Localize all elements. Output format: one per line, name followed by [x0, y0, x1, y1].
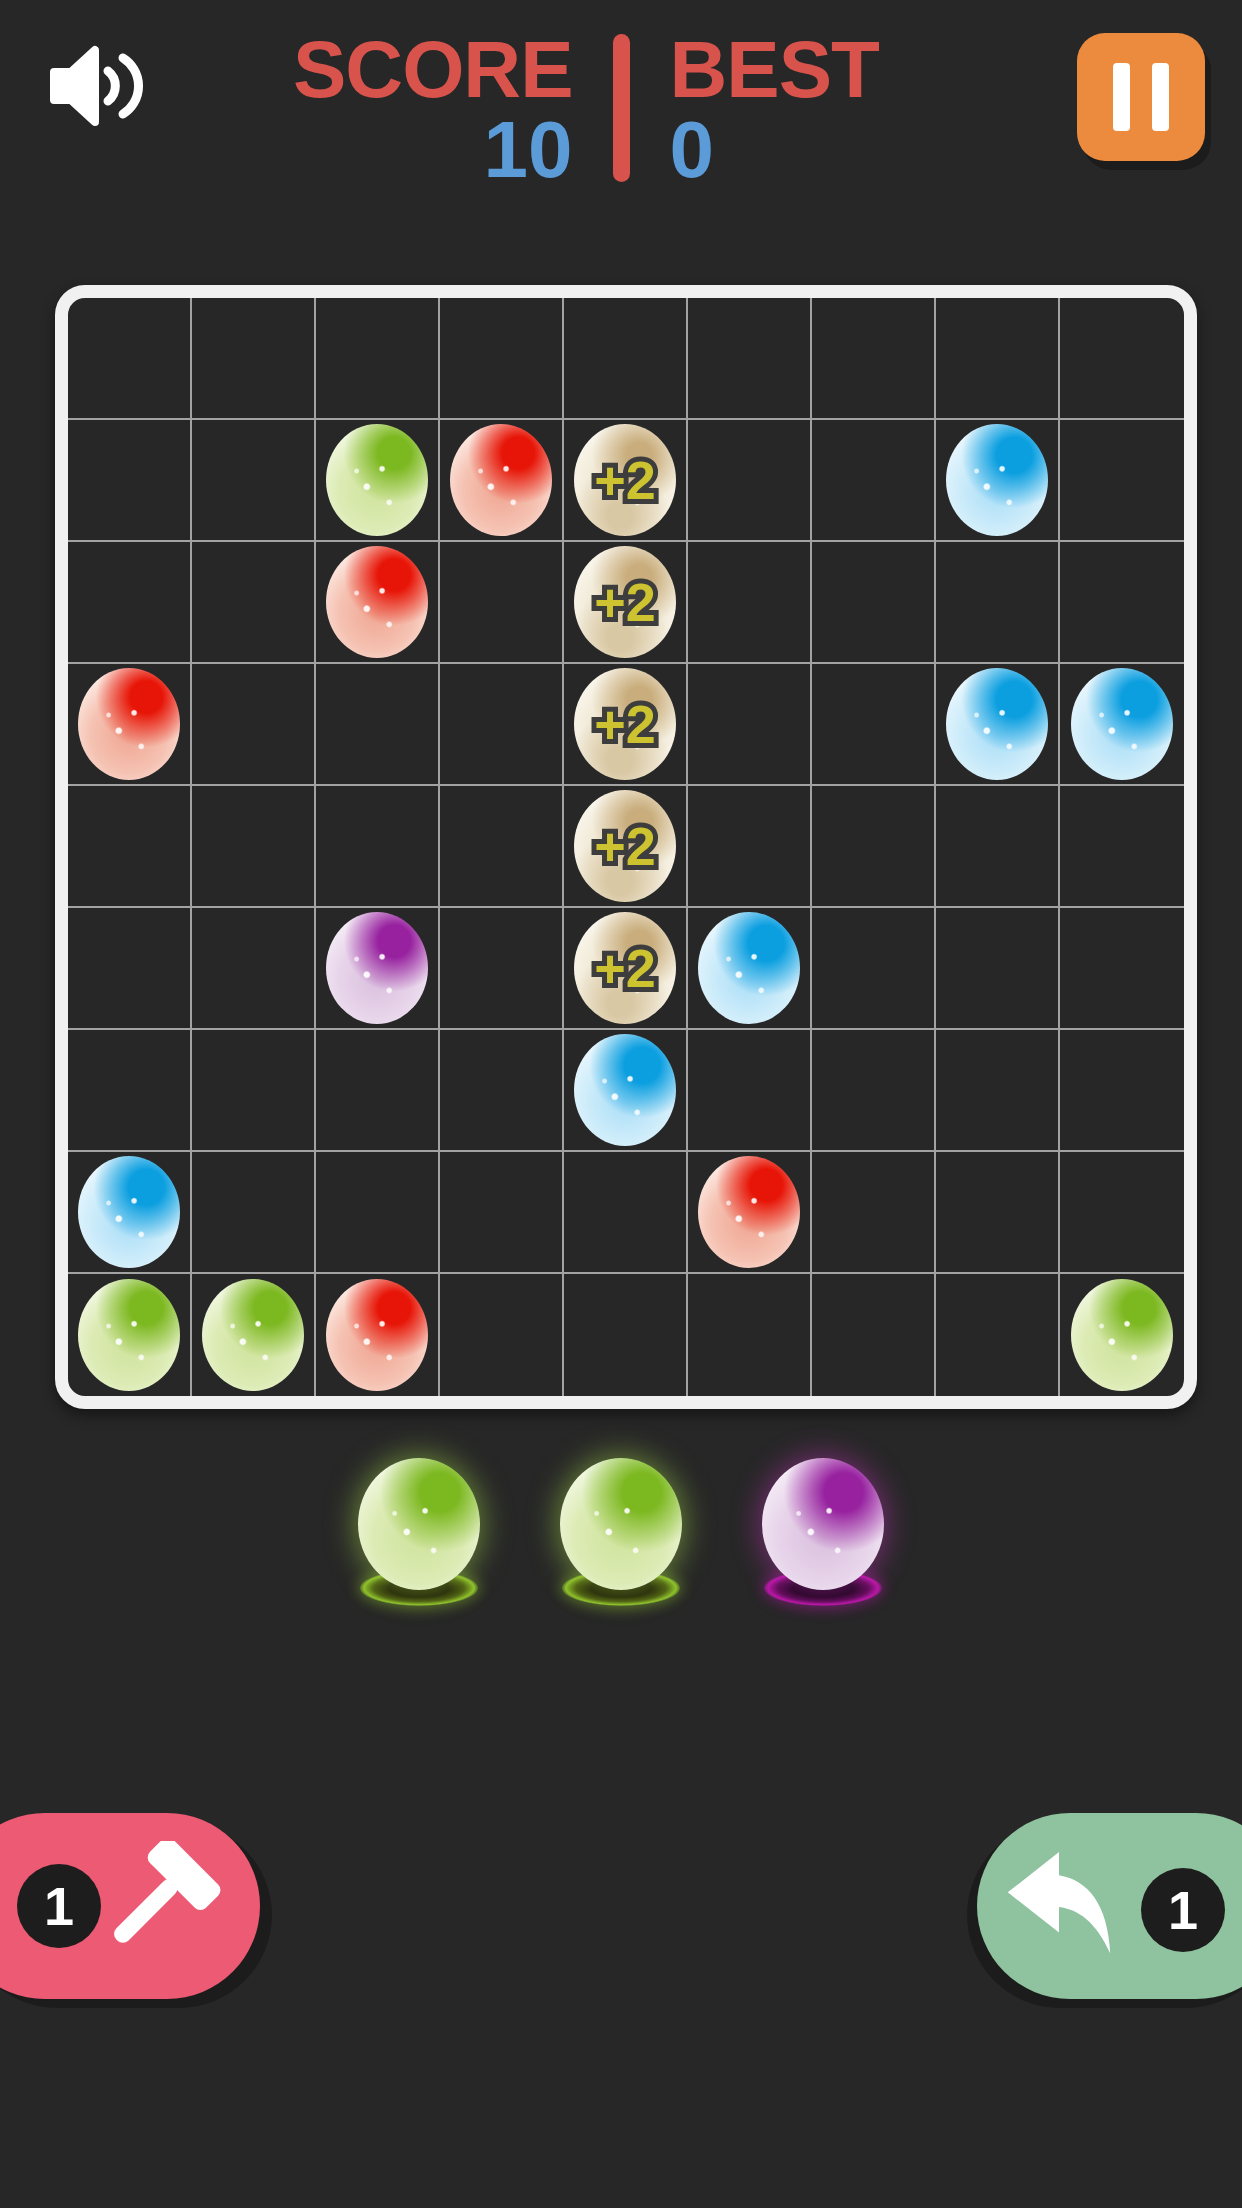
board-cell[interactable] — [936, 542, 1060, 664]
ball-red[interactable] — [326, 1279, 428, 1391]
hammer-count-badge: 1 — [17, 1864, 101, 1948]
bonus-label: +2 — [594, 575, 656, 629]
board-cell[interactable] — [316, 786, 440, 908]
board-cell[interactable] — [440, 420, 564, 542]
board-cell[interactable] — [936, 1030, 1060, 1152]
score-label: SCORE — [293, 28, 573, 112]
ball-sparkle-decoration — [560, 1458, 682, 1590]
board-cell[interactable] — [936, 1274, 1060, 1396]
ball-sparkle-decoration — [698, 912, 800, 1024]
board-cell[interactable]: +2 — [564, 542, 688, 664]
board-cell[interactable]: +2 — [564, 786, 688, 908]
board-cell[interactable] — [440, 1152, 564, 1274]
hammer-button[interactable]: 1 — [0, 1813, 260, 1999]
board-cell[interactable] — [68, 908, 192, 1030]
board-cell[interactable] — [936, 786, 1060, 908]
bonus-label: +2 — [594, 697, 656, 751]
ball-sparkle-decoration — [326, 912, 428, 1024]
ball-green[interactable] — [78, 1279, 180, 1391]
board-cell[interactable] — [688, 908, 812, 1030]
board-cell[interactable]: +2 — [564, 664, 688, 786]
board-cell[interactable] — [192, 664, 316, 786]
board-cell[interactable]: +2 — [564, 908, 688, 1030]
board-cell[interactable] — [1060, 542, 1184, 664]
ball-sparkle-decoration — [1071, 1279, 1173, 1391]
board-cell[interactable] — [1060, 1152, 1184, 1274]
board-cell[interactable] — [440, 908, 564, 1030]
board-cell[interactable] — [936, 664, 1060, 786]
best-block: BEST 0 — [670, 28, 970, 188]
ball-sparkle-decoration — [78, 1156, 180, 1268]
board-cell[interactable] — [68, 664, 192, 786]
board-cell[interactable] — [440, 542, 564, 664]
board-cell[interactable] — [812, 1030, 936, 1152]
ball-sparkle-decoration — [946, 668, 1048, 780]
ball-bonus-plus2[interactable]: +2 — [574, 668, 676, 780]
board-cell[interactable] — [192, 542, 316, 664]
ball-blue[interactable] — [946, 424, 1048, 536]
undo-arrow-icon — [998, 1846, 1120, 1972]
board-cell[interactable] — [936, 1152, 1060, 1274]
ball-sparkle-decoration — [78, 668, 180, 780]
next-ball-green — [560, 1458, 682, 1590]
board-cell[interactable]: +2 — [564, 420, 688, 542]
ball-blue[interactable] — [946, 668, 1048, 780]
board-cell[interactable] — [68, 420, 192, 542]
ball-blue[interactable] — [698, 912, 800, 1024]
pause-icon — [1113, 63, 1130, 131]
ball-green[interactable] — [326, 424, 428, 536]
ball-sparkle-decoration — [762, 1458, 884, 1590]
board-cell[interactable] — [192, 908, 316, 1030]
board-cell[interactable] — [68, 1274, 192, 1396]
ball-red[interactable] — [78, 668, 180, 780]
ball-sparkle-decoration — [698, 1156, 800, 1268]
board-cell[interactable] — [68, 1152, 192, 1274]
ball-sparkle-decoration — [1071, 668, 1173, 780]
board-cell[interactable] — [1060, 1274, 1184, 1396]
ball-sparkle-decoration — [326, 1279, 428, 1391]
board-cell[interactable] — [812, 664, 936, 786]
board-cell[interactable] — [440, 1030, 564, 1152]
bonus-label: +2 — [594, 819, 656, 873]
board-cell[interactable] — [316, 1152, 440, 1274]
undo-button[interactable]: 1 — [977, 1813, 1242, 1999]
ball-blue[interactable] — [78, 1156, 180, 1268]
board-cell[interactable] — [68, 786, 192, 908]
pause-button[interactable] — [1077, 33, 1205, 161]
ball-bonus-plus2[interactable]: +2 — [574, 424, 676, 536]
score-value: 10 — [484, 112, 573, 188]
ball-sparkle-decoration — [202, 1279, 304, 1391]
board-cell[interactable] — [68, 542, 192, 664]
board-cell[interactable] — [1060, 664, 1184, 786]
board-cell[interactable] — [192, 1274, 316, 1396]
ball-purple[interactable] — [326, 912, 428, 1024]
board-cell[interactable] — [688, 542, 812, 664]
ball-sparkle-decoration — [450, 424, 552, 536]
game-board: +2+2+2+2+2 — [55, 285, 1197, 1409]
board-cell[interactable] — [192, 420, 316, 542]
board-cell[interactable] — [1060, 908, 1184, 1030]
board-cell[interactable] — [812, 542, 936, 664]
next-ball-green — [358, 1458, 480, 1590]
ball-sparkle-decoration — [326, 546, 428, 658]
score-panel: SCORE 10 BEST 0 — [0, 28, 1242, 188]
ball-red[interactable] — [450, 424, 552, 536]
board-cell[interactable] — [688, 1274, 812, 1396]
ball-green[interactable] — [202, 1279, 304, 1391]
board-cell[interactable] — [1060, 786, 1184, 908]
hammer-icon — [98, 1841, 230, 1977]
board-cell[interactable] — [564, 1152, 688, 1274]
board-cell[interactable] — [68, 298, 192, 420]
board-cell[interactable] — [688, 664, 812, 786]
next-ball-slot — [555, 1458, 687, 1606]
bonus-label: +2 — [594, 453, 656, 507]
board-cell[interactable] — [936, 908, 1060, 1030]
ball-sparkle-decoration — [358, 1458, 480, 1590]
board-cell[interactable] — [440, 298, 564, 420]
board-cell[interactable] — [440, 1274, 564, 1396]
ball-blue[interactable] — [574, 1034, 676, 1146]
board-cell[interactable] — [812, 1274, 936, 1396]
board-cell[interactable] — [440, 786, 564, 908]
ball-bonus-plus2[interactable]: +2 — [574, 546, 676, 658]
board-cell[interactable] — [316, 420, 440, 542]
board-cell[interactable] — [812, 420, 936, 542]
board-cell[interactable] — [688, 298, 812, 420]
board-cell[interactable] — [316, 908, 440, 1030]
score-block: SCORE 10 — [273, 28, 573, 188]
undo-count-badge: 1 — [1141, 1868, 1225, 1952]
board-cell[interactable] — [688, 786, 812, 908]
board-cell[interactable] — [316, 542, 440, 664]
pause-icon — [1152, 63, 1169, 131]
next-balls-preview — [0, 1458, 1242, 1606]
board-cell[interactable] — [316, 298, 440, 420]
ball-sparkle-decoration — [946, 424, 1048, 536]
board-cell[interactable] — [192, 1152, 316, 1274]
ball-sparkle-decoration — [574, 1034, 676, 1146]
best-label: BEST — [670, 28, 879, 112]
board-cell[interactable] — [812, 786, 936, 908]
board-cell[interactable] — [192, 786, 316, 908]
ball-red[interactable] — [326, 546, 428, 658]
board-cell[interactable] — [68, 1030, 192, 1152]
bonus-label: +2 — [594, 941, 656, 995]
board-cell[interactable] — [1060, 420, 1184, 542]
board-cell[interactable] — [812, 908, 936, 1030]
score-divider — [613, 34, 630, 182]
board-cell[interactable] — [936, 298, 1060, 420]
ball-sparkle-decoration — [78, 1279, 180, 1391]
board-cell[interactable] — [316, 664, 440, 786]
next-ball-slot — [757, 1458, 889, 1606]
board-cell[interactable] — [192, 298, 316, 420]
ball-sparkle-decoration — [326, 424, 428, 536]
board-cell[interactable] — [440, 664, 564, 786]
board-cell[interactable] — [812, 1152, 936, 1274]
board-cell[interactable] — [1060, 1030, 1184, 1152]
ball-bonus-plus2[interactable]: +2 — [574, 790, 676, 902]
board-cell[interactable] — [316, 1030, 440, 1152]
board-cell[interactable] — [688, 1152, 812, 1274]
board-cell[interactable] — [936, 420, 1060, 542]
game-screen: SCORE 10 BEST 0 +2+2+2+2+2 1 — [0, 0, 1242, 2208]
next-ball-slot — [353, 1458, 485, 1606]
board-cell[interactable] — [192, 1030, 316, 1152]
board-cell[interactable] — [564, 1030, 688, 1152]
board-cell[interactable] — [564, 1274, 688, 1396]
ball-red[interactable] — [698, 1156, 800, 1268]
ball-green[interactable] — [1071, 1279, 1173, 1391]
board-cell[interactable] — [564, 298, 688, 420]
board-cell[interactable] — [688, 420, 812, 542]
game-board-grid: +2+2+2+2+2 — [68, 298, 1184, 1396]
board-cell[interactable] — [688, 1030, 812, 1152]
next-ball-purple — [762, 1458, 884, 1590]
board-cell[interactable] — [1060, 298, 1184, 420]
ball-bonus-plus2[interactable]: +2 — [574, 912, 676, 1024]
board-cell[interactable] — [812, 298, 936, 420]
ball-blue[interactable] — [1071, 668, 1173, 780]
best-value: 0 — [670, 112, 715, 188]
board-cell[interactable] — [316, 1274, 440, 1396]
